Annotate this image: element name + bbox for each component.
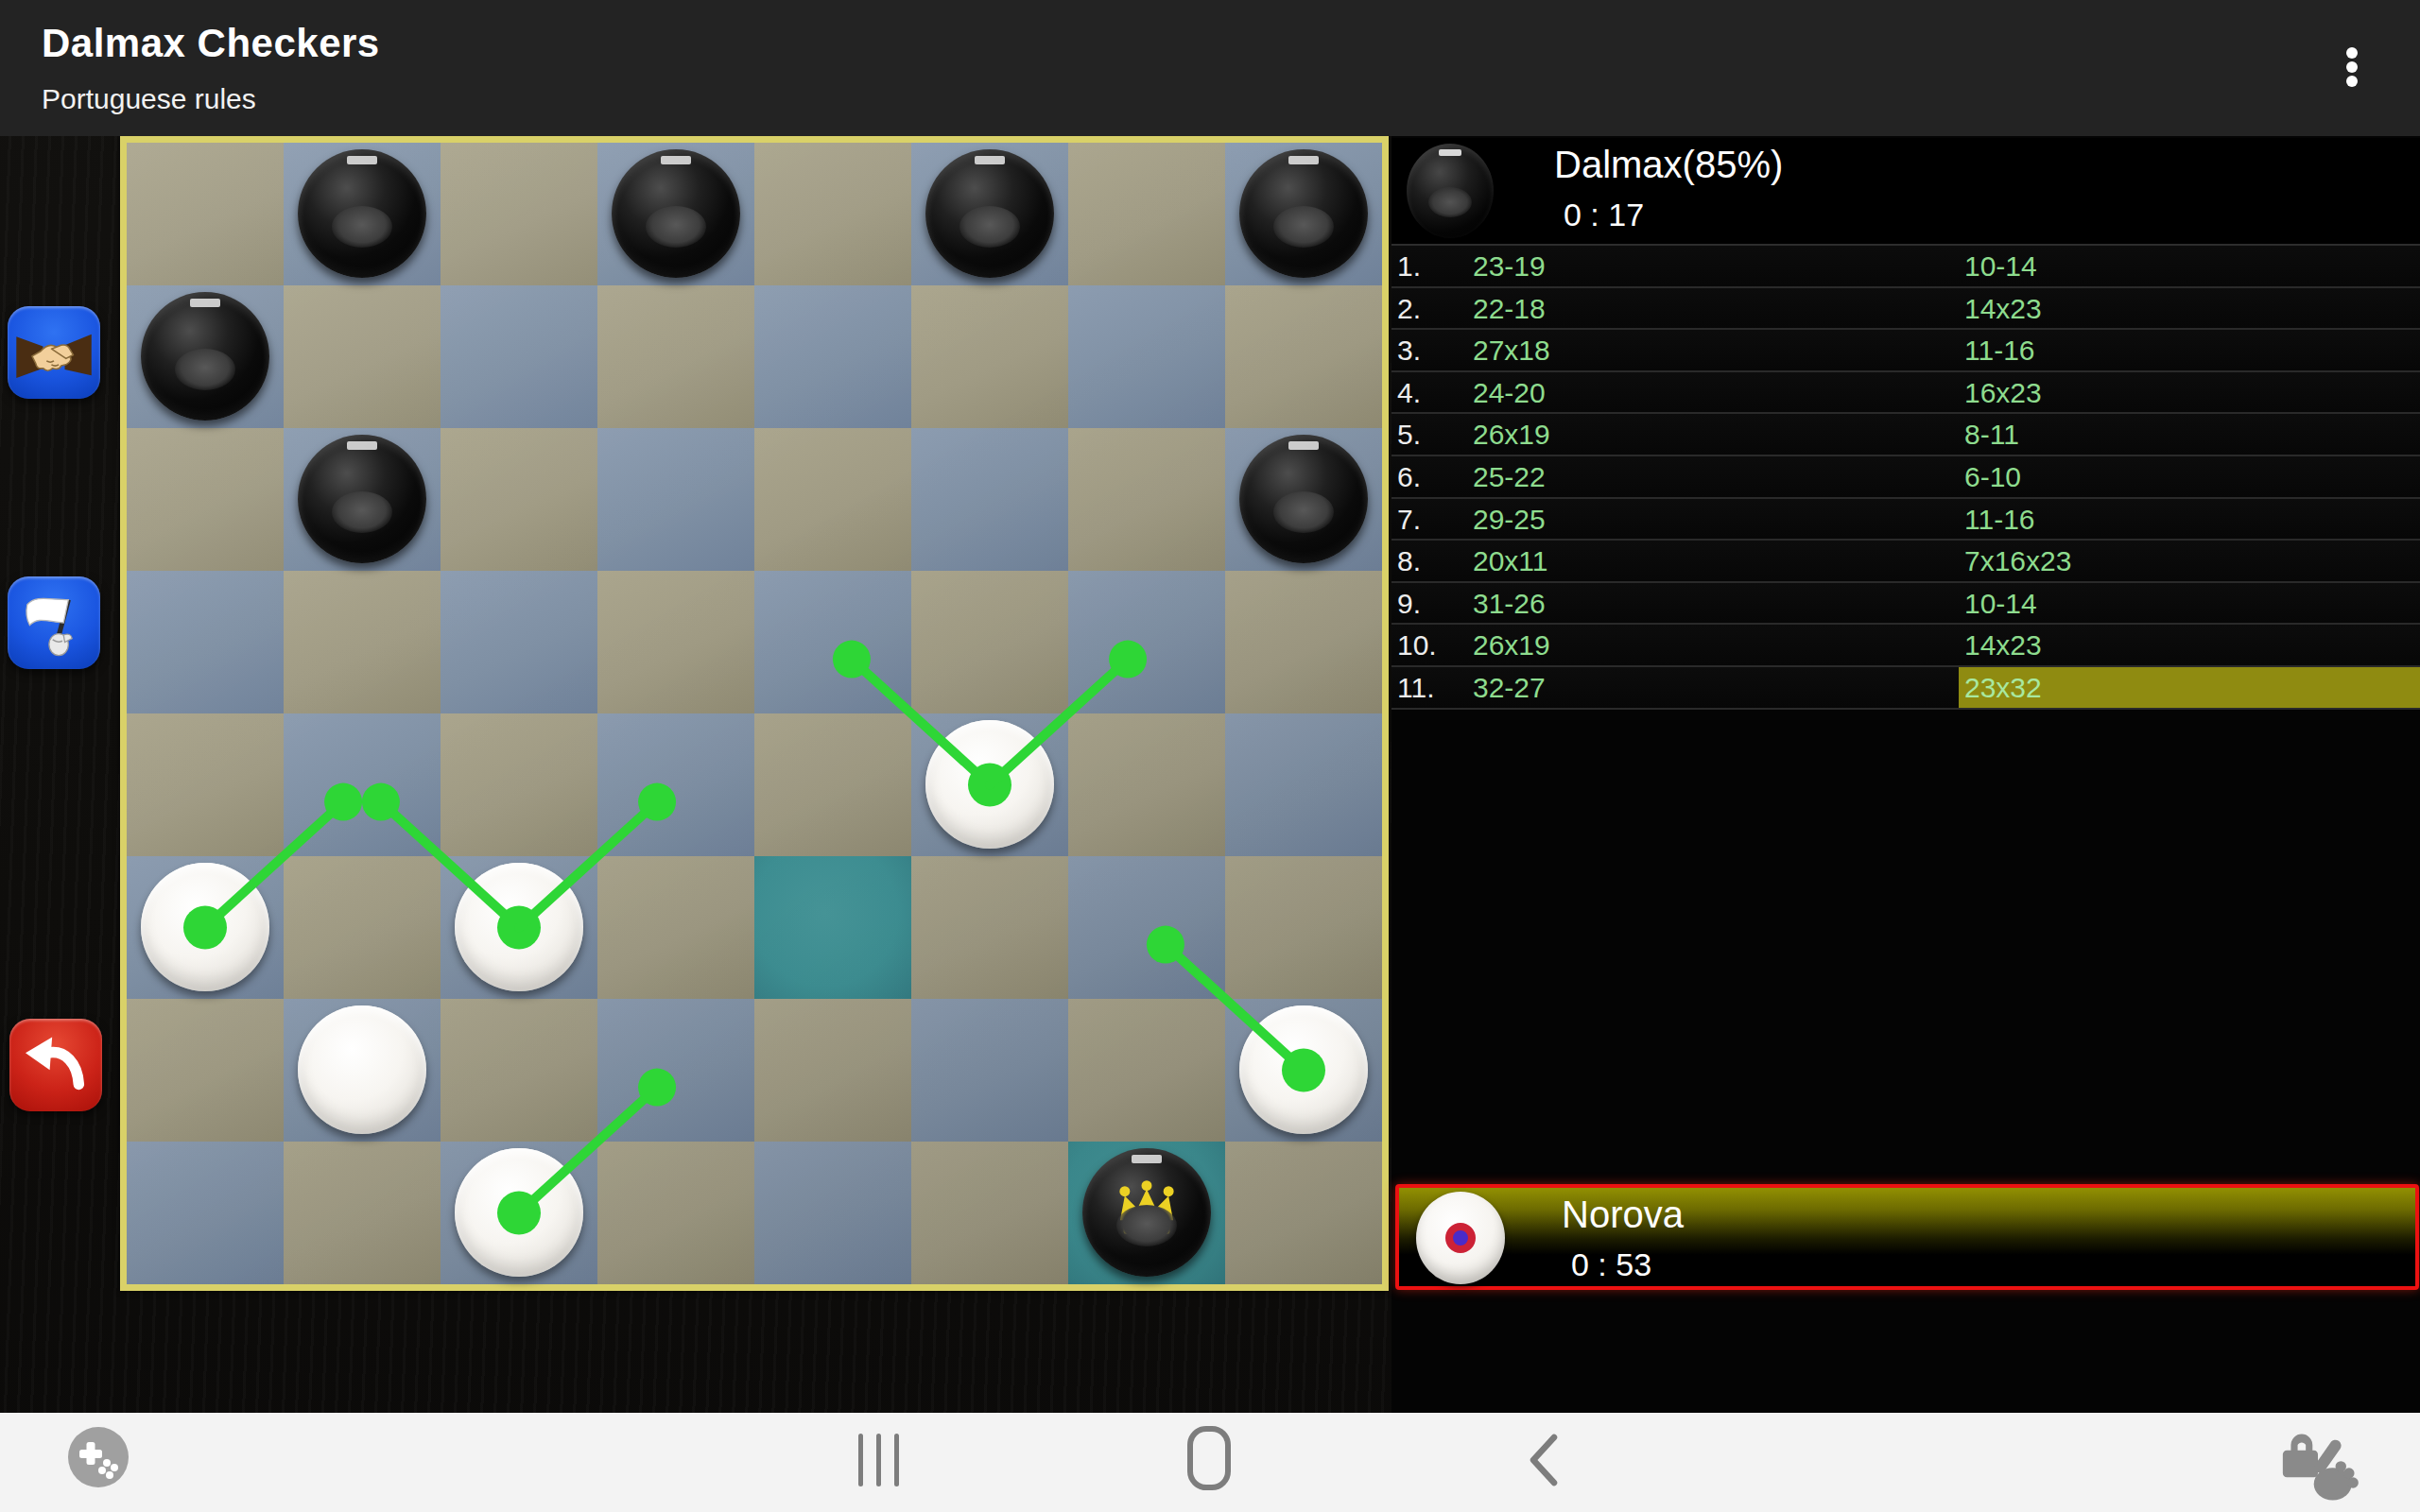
move-row[interactable]: 10.26x1914x23 [1391, 625, 2420, 667]
board-cell[interactable] [911, 428, 1068, 571]
recents-bars-icon[interactable] [858, 1434, 904, 1486]
black-piece[interactable] [298, 435, 426, 563]
black-move: 16x23 [1959, 372, 2420, 413]
white-piece[interactable] [298, 1005, 426, 1134]
white-move: 23-19 [1473, 246, 1546, 286]
white-move: 31-26 [1473, 583, 1546, 624]
move-number: 10. [1397, 625, 1437, 665]
board-cell[interactable] [597, 713, 754, 856]
board-cell[interactable] [441, 571, 597, 713]
black-move: 11-16 [1959, 330, 2420, 370]
board-cell[interactable] [1068, 856, 1225, 999]
board-cell[interactable] [597, 1142, 754, 1284]
move-row[interactable]: 7.29-2511-16 [1391, 499, 2420, 541]
lock-touch-icon[interactable] [2271, 1420, 2365, 1507]
board-cell[interactable] [597, 571, 754, 713]
app-screen: Dalmax Checkers Portuguese rules [0, 0, 2420, 1512]
board-cell[interactable] [754, 571, 911, 713]
white-move: 22-18 [1473, 288, 1546, 329]
back-chevron-icon[interactable] [1524, 1432, 1562, 1488]
board-cell[interactable] [1068, 571, 1225, 713]
checkers-board [120, 136, 1389, 1291]
move-row[interactable]: 8.20x117x16x23 [1391, 541, 2420, 583]
board-cell[interactable] [597, 856, 754, 999]
board-cell[interactable] [127, 999, 284, 1142]
board-cell[interactable] [911, 856, 1068, 999]
move-number: 6. [1397, 456, 1421, 497]
black-move: 11-16 [1959, 499, 2420, 540]
android-nav-bar [0, 1413, 2420, 1512]
player-clock: 0 : 53 [1571, 1246, 1651, 1283]
board-cell[interactable] [127, 428, 284, 571]
king-crown-icon [1110, 1174, 1184, 1247]
board-cell[interactable] [911, 571, 1068, 713]
board-cell[interactable] [127, 143, 284, 285]
board-cell[interactable] [754, 428, 911, 571]
board-cell[interactable] [441, 999, 597, 1142]
white-move: 29-25 [1473, 499, 1546, 540]
gamepad-icon[interactable] [68, 1427, 129, 1487]
board-cell[interactable] [754, 143, 911, 285]
move-number: 11. [1397, 667, 1434, 708]
white-checker-avatar-icon [1416, 1192, 1505, 1284]
board-cell[interactable] [754, 713, 911, 856]
white-piece[interactable] [141, 863, 269, 991]
move-row[interactable]: 3.27x1811-16 [1391, 330, 2420, 372]
move-row[interactable]: 4.24-2016x23 [1391, 372, 2420, 415]
move-number: 4. [1397, 372, 1421, 413]
app-subtitle: Portuguese rules [42, 83, 256, 115]
black-move: 10-14 [1959, 246, 2420, 286]
move-list[interactable]: 1.23-1910-142.22-1814x233.27x1811-164.24… [1391, 244, 2420, 710]
white-piece[interactable] [455, 1148, 583, 1277]
board-cell[interactable] [1225, 713, 1382, 856]
undo-button[interactable] [9, 1019, 102, 1111]
board-cell[interactable] [911, 285, 1068, 428]
move-number: 7. [1397, 499, 1421, 540]
board-cell[interactable] [441, 143, 597, 285]
black-move: 14x23 [1959, 625, 2420, 665]
move-number: 1. [1397, 246, 1421, 286]
move-number: 2. [1397, 288, 1421, 329]
board-cell[interactable] [284, 1142, 441, 1284]
board-cell[interactable] [754, 285, 911, 428]
black-move: 14x23 [1959, 288, 2420, 329]
white-piece[interactable] [455, 863, 583, 991]
black-move: 6-10 [1959, 456, 2420, 497]
app-title: Dalmax Checkers [42, 21, 380, 66]
board-cell[interactable] [127, 713, 284, 856]
black-piece[interactable] [612, 149, 740, 278]
move-row[interactable]: 11.32-2723x32 [1391, 667, 2420, 710]
top-app-bar: Dalmax Checkers Portuguese rules [0, 0, 2420, 136]
board-cell[interactable] [1068, 428, 1225, 571]
opponent-clock: 0 : 17 [1564, 197, 1644, 233]
move-row[interactable]: 6.25-226-10 [1391, 456, 2420, 499]
move-row[interactable]: 5.26x198-11 [1391, 414, 2420, 456]
white-move: 25-22 [1473, 456, 1546, 497]
black-piece[interactable] [1239, 435, 1368, 563]
opponent-card: Dalmax(85%) 0 : 17 [1391, 138, 2420, 246]
board-cell[interactable] [127, 1142, 284, 1284]
board-cell[interactable] [284, 856, 441, 999]
board-cell[interactable] [441, 713, 597, 856]
black-king-piece[interactable] [1082, 1148, 1211, 1277]
board-cell[interactable] [1068, 713, 1225, 856]
black-piece[interactable] [1239, 149, 1368, 278]
board-cell[interactable] [441, 428, 597, 571]
black-move: 7x16x23 [1959, 541, 2420, 581]
board-cell[interactable] [911, 999, 1068, 1142]
board-cell[interactable] [127, 571, 284, 713]
board-cell[interactable] [754, 999, 911, 1142]
board-cell[interactable] [1068, 285, 1225, 428]
board-cell[interactable] [1225, 571, 1382, 713]
move-number: 5. [1397, 414, 1421, 455]
white-move: 24-20 [1473, 372, 1546, 413]
board-cell[interactable] [754, 856, 911, 999]
home-pill-icon[interactable] [1187, 1426, 1231, 1490]
board-cell[interactable] [597, 999, 754, 1142]
draw-offer-button[interactable] [8, 306, 100, 399]
move-number: 9. [1397, 583, 1421, 624]
board-cell[interactable] [911, 1142, 1068, 1284]
black-move: 8-11 [1959, 414, 2420, 455]
board-cell[interactable] [597, 428, 754, 571]
board-cell[interactable] [284, 713, 441, 856]
black-piece[interactable] [298, 149, 426, 278]
board-cell[interactable] [754, 1142, 911, 1284]
move-number: 8. [1397, 541, 1421, 581]
white-move: 20x11 [1473, 541, 1548, 581]
resign-button[interactable] [8, 576, 100, 669]
player-card-active: Norova 0 : 53 [1395, 1184, 2419, 1290]
player-name: Norova [1562, 1194, 1684, 1236]
move-number: 3. [1397, 330, 1421, 370]
board-cell[interactable] [597, 285, 754, 428]
white-piece[interactable] [1239, 1005, 1368, 1134]
black-checker-avatar-icon [1407, 144, 1494, 238]
white-piece[interactable] [925, 720, 1054, 849]
white-move: 26x19 [1473, 414, 1550, 455]
board-cell[interactable] [1225, 285, 1382, 428]
move-row[interactable]: 9.31-2610-14 [1391, 583, 2420, 626]
white-move: 27x18 [1473, 330, 1550, 370]
move-row[interactable]: 1.23-1910-14 [1391, 246, 2420, 288]
black-piece[interactable] [925, 149, 1054, 278]
opponent-name: Dalmax(85%) [1554, 144, 1783, 186]
black-piece[interactable] [141, 292, 269, 421]
board-cell[interactable] [1225, 1142, 1382, 1284]
black-move: 23x32 [1959, 667, 2420, 708]
board-cell[interactable] [1225, 856, 1382, 999]
white-move: 26x19 [1473, 625, 1550, 665]
board-cell[interactable] [1068, 143, 1225, 285]
board-cell[interactable] [284, 285, 441, 428]
board-cell[interactable] [284, 571, 441, 713]
move-row[interactable]: 2.22-1814x23 [1391, 288, 2420, 331]
side-panel: Dalmax(85%) 0 : 17 1.23-1910-142.22-1814… [1391, 136, 2420, 1413]
black-move: 10-14 [1959, 583, 2420, 624]
board-cell[interactable] [1068, 999, 1225, 1142]
board-cell[interactable] [441, 285, 597, 428]
overflow-menu-icon[interactable] [2333, 38, 2371, 98]
white-move: 32-27 [1473, 667, 1546, 708]
